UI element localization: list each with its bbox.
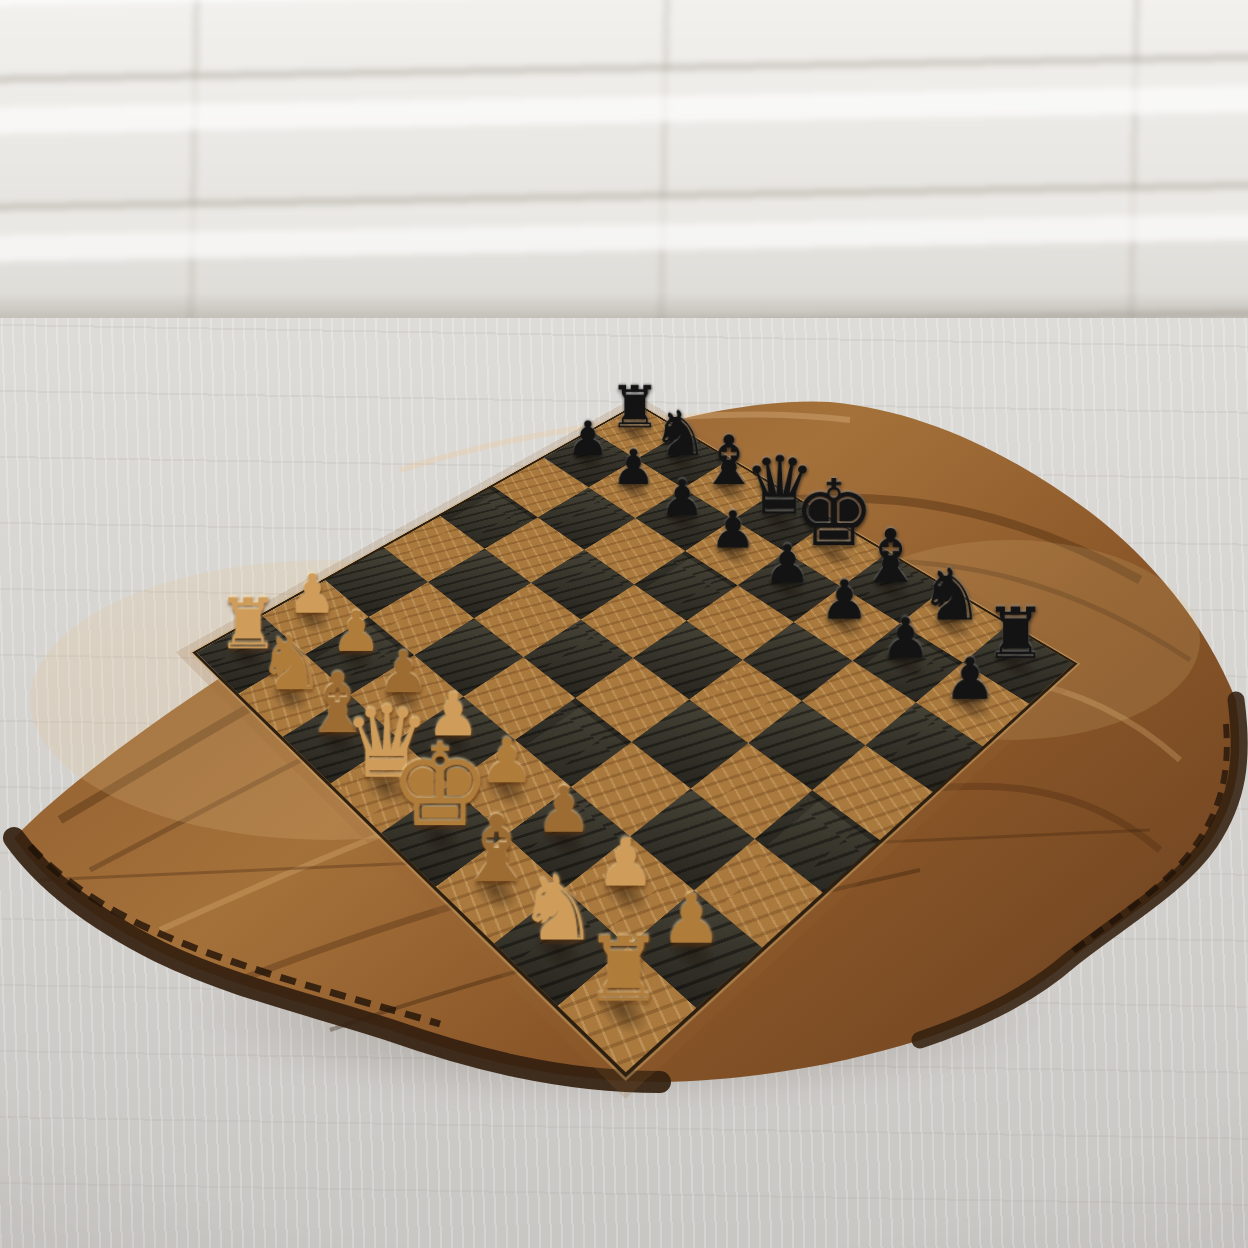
piece-black-pawn: ♟ — [612, 443, 656, 492]
piece-white-pawn: ♟ — [596, 830, 655, 896]
chess-board: ♜♞♝♛♚♝♞♜♟♟♟♟♟♟♟♟♟♟♟♟♟♟♟♟♜♞♝♛♚♝♞♜ — [192, 403, 1077, 1077]
piece-white-pawn: ♟ — [331, 604, 381, 660]
piece-white-pawn: ♟ — [661, 885, 723, 954]
piece-black-pawn: ♟ — [820, 573, 869, 628]
board-perspective-scene: ♜♞♝♛♚♝♞♜♟♟♟♟♟♟♟♟♟♟♟♟♟♟♟♟♜♞♝♛♚♝♞♜ — [0, 0, 1248, 1248]
piece-black-pawn: ♟ — [763, 538, 810, 591]
piece-black-pawn: ♟ — [880, 611, 930, 667]
piece-white-pawn: ♟ — [536, 778, 593, 842]
piece-white-pawn: ♟ — [288, 567, 337, 621]
piece-white-rook: ♜ — [583, 926, 663, 1015]
piece-black-pawn: ♟ — [944, 650, 996, 708]
piece-black-pawn: ♟ — [660, 473, 705, 523]
photo-scene: ♜♞♝♛♚♝♞♜♟♟♟♟♟♟♟♟♟♟♟♟♟♟♟♟♜♞♝♛♚♝♞♜ — [0, 0, 1248, 1248]
piece-black-pawn: ♟ — [566, 415, 609, 462]
piece-black-pawn: ♟ — [710, 505, 756, 556]
